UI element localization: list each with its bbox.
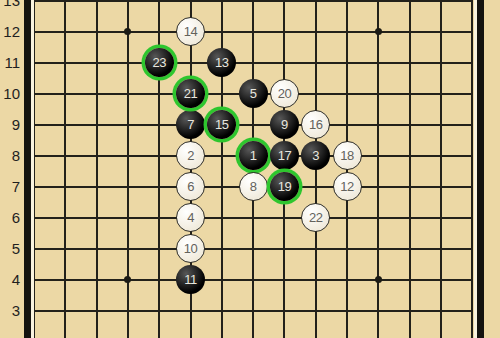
stone-number: 10 (184, 241, 197, 256)
stone-number: 14 (184, 24, 197, 39)
stone-14: 14 (176, 17, 205, 46)
stone-15: 15 (207, 110, 236, 139)
star-point (375, 28, 382, 35)
grid-line-horizontal (33, 248, 473, 250)
grid-line-horizontal (33, 217, 473, 219)
row-label-5: 5 (0, 241, 20, 257)
stone-13: 13 (207, 48, 236, 77)
stone-9: 9 (270, 110, 299, 139)
stone-number: 23 (152, 55, 165, 70)
stone-6: 6 (176, 172, 205, 201)
stone-19: 19 (270, 172, 299, 201)
grid-line-vertical (96, 0, 98, 338)
stone-number: 9 (281, 117, 288, 132)
grid-line-vertical (64, 0, 66, 338)
stone-8: 8 (239, 172, 268, 201)
stone-4: 4 (176, 203, 205, 232)
stone-number: 4 (187, 210, 194, 225)
stone-number: 12 (340, 179, 353, 194)
row-label-13: 13 (0, 0, 20, 9)
stone-number: 17 (278, 148, 291, 163)
grid-line-vertical (471, 0, 473, 338)
row-label-7: 7 (0, 179, 20, 195)
star-point (375, 276, 382, 283)
grid-line-horizontal (33, 62, 473, 64)
stone-number: 6 (187, 179, 194, 194)
stone-number: 3 (312, 148, 319, 163)
stone-21: 21 (176, 79, 205, 108)
stone-18: 18 (333, 141, 362, 170)
grid-line-vertical (127, 0, 129, 338)
stone-1: 1 (239, 141, 268, 170)
stone-5: 5 (239, 79, 268, 108)
row-label-3: 3 (0, 303, 20, 319)
go-board[interactable]: 131211109876543 123456789101112131415161… (0, 0, 500, 338)
stone-number: 8 (250, 179, 257, 194)
grid-line-vertical (409, 0, 411, 338)
stone-number: 19 (278, 179, 291, 194)
stone-number: 18 (340, 148, 353, 163)
row-label-11: 11 (0, 55, 20, 71)
row-label-4: 4 (0, 272, 20, 288)
stone-number: 13 (215, 55, 228, 70)
stone-number: 2 (187, 148, 194, 163)
stone-16: 16 (301, 110, 330, 139)
stone-number: 5 (250, 86, 257, 101)
stone-number: 7 (187, 117, 194, 132)
stone-11: 11 (176, 265, 205, 294)
grid-line-horizontal (33, 0, 473, 2)
stone-number: 16 (309, 117, 322, 132)
row-label-10: 10 (0, 86, 20, 102)
board-frame-left-highlight (31, 0, 34, 338)
stone-20: 20 (270, 79, 299, 108)
star-point (124, 28, 131, 35)
stone-10: 10 (176, 234, 205, 263)
grid-line-horizontal (33, 310, 473, 312)
grid-line-vertical (440, 0, 442, 338)
star-point (124, 276, 131, 283)
grid-line-vertical (377, 0, 379, 338)
grid-line-horizontal (33, 124, 473, 126)
stone-number: 21 (184, 86, 197, 101)
grid-line-horizontal (33, 279, 473, 281)
stone-number: 20 (278, 86, 291, 101)
stone-7: 7 (176, 110, 205, 139)
stone-23: 23 (145, 48, 174, 77)
grid-line-horizontal (33, 31, 473, 33)
row-label-9: 9 (0, 117, 20, 133)
stone-12: 12 (333, 172, 362, 201)
stone-number: 1 (250, 148, 257, 163)
stone-number: 11 (184, 272, 197, 287)
board-frame-right (477, 0, 484, 338)
stone-number: 22 (309, 210, 322, 225)
stone-3: 3 (301, 141, 330, 170)
board-frame-left (24, 0, 31, 338)
stone-2: 2 (176, 141, 205, 170)
row-label-6: 6 (0, 210, 20, 226)
stone-22: 22 (301, 203, 330, 232)
row-label-8: 8 (0, 148, 20, 164)
row-label-12: 12 (0, 24, 20, 40)
stone-number: 15 (215, 117, 228, 132)
stone-17: 17 (270, 141, 299, 170)
